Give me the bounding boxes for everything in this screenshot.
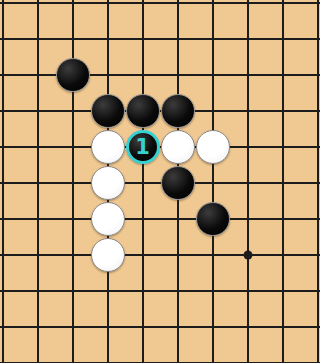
move-number-label: 1 [135, 137, 150, 158]
board-point-5-10[interactable] [160, 345, 195, 363]
white-stone [91, 238, 125, 272]
board-point-4-0[interactable] [125, 0, 160, 21]
board-point-1-2[interactable] [20, 57, 55, 93]
board-point-2-0[interactable] [55, 0, 90, 21]
board-point-0-5[interactable] [0, 165, 20, 201]
board-point-3-1[interactable] [90, 21, 125, 57]
board-point-8-6[interactable] [265, 201, 300, 237]
board-point-3-5[interactable] [90, 165, 125, 201]
board-point-8-10[interactable] [265, 345, 300, 363]
board-point-9-10[interactable] [300, 345, 320, 363]
board-point-0-3[interactable] [0, 93, 20, 129]
board-point-8-5[interactable] [265, 165, 300, 201]
board-point-7-1[interactable] [230, 21, 265, 57]
board-point-2-6[interactable] [55, 201, 90, 237]
board-point-6-10[interactable] [195, 345, 230, 363]
board-point-5-5[interactable] [160, 165, 195, 201]
board-point-8-9[interactable] [265, 309, 300, 345]
board-point-7-9[interactable] [230, 309, 265, 345]
board-point-8-3[interactable] [265, 93, 300, 129]
board-point-9-4[interactable] [300, 129, 320, 165]
board-point-4-9[interactable] [125, 309, 160, 345]
black-stone [56, 58, 90, 92]
board-point-4-4[interactable]: 1 [125, 129, 160, 165]
board-point-1-10[interactable] [20, 345, 55, 363]
board-point-6-6[interactable] [195, 201, 230, 237]
board-point-2-8[interactable] [55, 273, 90, 309]
board-point-3-8[interactable] [90, 273, 125, 309]
board-point-4-2[interactable] [125, 57, 160, 93]
board-point-6-9[interactable] [195, 309, 230, 345]
white-stone [91, 130, 125, 164]
board-point-3-4[interactable] [90, 129, 125, 165]
board-point-1-0[interactable] [20, 0, 55, 21]
board-point-9-2[interactable] [300, 57, 320, 93]
board-point-7-4[interactable] [230, 129, 265, 165]
board-point-5-4[interactable] [160, 129, 195, 165]
board-point-7-7[interactable] [230, 237, 265, 273]
board-point-8-8[interactable] [265, 273, 300, 309]
white-stone [91, 166, 125, 200]
board-point-6-4[interactable] [195, 129, 230, 165]
board-point-0-0[interactable] [0, 0, 20, 21]
go-board-grid: 1 [0, 0, 320, 363]
board-point-4-10[interactable] [125, 345, 160, 363]
board-point-6-5[interactable] [195, 165, 230, 201]
black-stone [91, 94, 125, 128]
board-point-0-8[interactable] [0, 273, 20, 309]
star-point [243, 251, 252, 260]
board-point-1-9[interactable] [20, 309, 55, 345]
board-point-0-1[interactable] [0, 21, 20, 57]
board-point-2-9[interactable] [55, 309, 90, 345]
board-point-4-7[interactable] [125, 237, 160, 273]
board-point-7-8[interactable] [230, 273, 265, 309]
board-point-4-5[interactable] [125, 165, 160, 201]
board-point-5-7[interactable] [160, 237, 195, 273]
white-stone [91, 202, 125, 236]
board-point-3-9[interactable] [90, 309, 125, 345]
board-point-8-7[interactable] [265, 237, 300, 273]
board-point-3-0[interactable] [90, 0, 125, 21]
board-point-3-6[interactable] [90, 201, 125, 237]
board-point-2-10[interactable] [55, 345, 90, 363]
board-point-0-10[interactable] [0, 345, 20, 363]
go-board[interactable]: 1 [0, 0, 320, 363]
black-stone-marked: 1 [126, 130, 160, 164]
black-stone [196, 202, 230, 236]
white-stone [161, 130, 195, 164]
board-point-7-6[interactable] [230, 201, 265, 237]
board-point-2-5[interactable] [55, 165, 90, 201]
board-point-8-4[interactable] [265, 129, 300, 165]
black-stone [161, 166, 195, 200]
board-point-4-3[interactable] [125, 93, 160, 129]
board-point-1-5[interactable] [20, 165, 55, 201]
board-point-4-1[interactable] [125, 21, 160, 57]
board-point-3-10[interactable] [90, 345, 125, 363]
board-point-9-6[interactable] [300, 201, 320, 237]
black-stone [161, 94, 195, 128]
board-point-2-7[interactable] [55, 237, 90, 273]
black-stone [126, 94, 160, 128]
board-point-5-6[interactable] [160, 201, 195, 237]
board-point-1-3[interactable] [20, 93, 55, 129]
board-point-1-7[interactable] [20, 237, 55, 273]
board-point-0-9[interactable] [0, 309, 20, 345]
board-point-3-2[interactable] [90, 57, 125, 93]
board-point-5-8[interactable] [160, 273, 195, 309]
board-point-9-9[interactable] [300, 309, 320, 345]
board-point-7-5[interactable] [230, 165, 265, 201]
board-point-2-1[interactable] [55, 21, 90, 57]
board-point-9-7[interactable] [300, 237, 320, 273]
board-point-9-3[interactable] [300, 93, 320, 129]
board-point-4-8[interactable] [125, 273, 160, 309]
board-point-7-10[interactable] [230, 345, 265, 363]
board-point-7-0[interactable] [230, 0, 265, 21]
board-point-9-1[interactable] [300, 21, 320, 57]
board-point-0-7[interactable] [0, 237, 20, 273]
board-point-6-8[interactable] [195, 273, 230, 309]
board-point-4-6[interactable] [125, 201, 160, 237]
board-point-8-1[interactable] [265, 21, 300, 57]
white-stone [196, 130, 230, 164]
board-point-1-4[interactable] [20, 129, 55, 165]
board-point-6-1[interactable] [195, 21, 230, 57]
board-point-8-0[interactable] [265, 0, 300, 21]
board-point-6-0[interactable] [195, 0, 230, 21]
board-point-3-7[interactable] [90, 237, 125, 273]
board-point-6-7[interactable] [195, 237, 230, 273]
board-point-5-3[interactable] [160, 93, 195, 129]
board-point-2-2[interactable] [55, 57, 90, 93]
board-point-5-2[interactable] [160, 57, 195, 93]
board-point-9-8[interactable] [300, 273, 320, 309]
board-point-1-8[interactable] [20, 273, 55, 309]
board-point-1-1[interactable] [20, 21, 55, 57]
board-point-7-3[interactable] [230, 93, 265, 129]
board-point-3-3[interactable] [90, 93, 125, 129]
board-point-9-5[interactable] [300, 165, 320, 201]
board-point-5-9[interactable] [160, 309, 195, 345]
board-point-2-3[interactable] [55, 93, 90, 129]
board-point-5-0[interactable] [160, 0, 195, 21]
board-point-5-1[interactable] [160, 21, 195, 57]
board-point-0-6[interactable] [0, 201, 20, 237]
board-point-9-0[interactable] [300, 0, 320, 21]
board-point-1-6[interactable] [20, 201, 55, 237]
board-point-8-2[interactable] [265, 57, 300, 93]
board-point-6-2[interactable] [195, 57, 230, 93]
board-point-0-2[interactable] [0, 57, 20, 93]
board-point-7-2[interactable] [230, 57, 265, 93]
board-point-2-4[interactable] [55, 129, 90, 165]
board-point-6-3[interactable] [195, 93, 230, 129]
board-point-0-4[interactable] [0, 129, 20, 165]
